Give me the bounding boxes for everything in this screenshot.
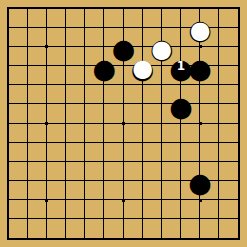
star-point	[122, 122, 125, 125]
black-stone[interactable]: ●	[191, 171, 210, 190]
board-intersection[interactable]	[114, 191, 133, 210]
black-stone[interactable]: ●	[95, 56, 114, 75]
board-intersection[interactable]	[37, 37, 56, 56]
stone-glyph: ●	[191, 58, 210, 77]
board-intersection[interactable]	[37, 191, 56, 210]
white-stone[interactable]: ●●	[191, 18, 210, 37]
stone-glyph: ●	[191, 173, 210, 192]
stone-glyph: ●	[95, 58, 114, 77]
stone-glyph-white-fill: ●	[133, 58, 152, 77]
black-stone[interactable]: ●	[171, 95, 190, 114]
board-intersection[interactable]	[114, 114, 133, 133]
star-point	[45, 45, 48, 48]
white-stone[interactable]: ●●	[133, 56, 152, 75]
star-point	[199, 122, 202, 125]
star-point	[199, 45, 202, 48]
stone-glyph-white-fill: ●	[191, 20, 210, 39]
star-point	[199, 199, 202, 202]
board-points-layer[interactable]: ●●●●●●●●●1●●●	[0, 0, 247, 247]
star-point	[45, 122, 48, 125]
board-intersection[interactable]	[37, 114, 56, 133]
go-board-diagram: ●●●●●●●●●1●●●	[0, 0, 247, 247]
black-stone[interactable]: ●	[191, 56, 210, 75]
board-intersection[interactable]	[191, 114, 210, 133]
star-point	[122, 199, 125, 202]
star-point	[45, 199, 48, 202]
stone-glyph: ●	[171, 96, 190, 115]
